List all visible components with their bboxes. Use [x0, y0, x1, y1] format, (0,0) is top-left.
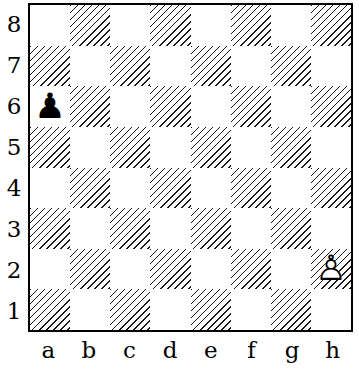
square-d7[interactable] [150, 46, 190, 87]
file-label-a: a [28, 333, 69, 367]
square-f3[interactable] [231, 208, 271, 249]
square-a8[interactable] [30, 5, 70, 46]
square-c7[interactable] [110, 46, 150, 87]
square-d5[interactable] [150, 127, 190, 168]
square-e2[interactable] [191, 249, 231, 290]
square-a1[interactable] [30, 289, 70, 330]
square-f5[interactable] [231, 127, 271, 168]
square-f6[interactable] [231, 86, 271, 127]
square-g8[interactable] [271, 5, 311, 46]
square-g1[interactable] [271, 289, 311, 330]
square-d4[interactable] [150, 168, 190, 209]
rank-label-4: 4 [0, 168, 28, 209]
square-h2[interactable]: ♟♙ [311, 249, 351, 290]
file-label-h: h [312, 333, 353, 367]
square-d8[interactable] [150, 5, 190, 46]
square-d1[interactable] [150, 289, 190, 330]
square-c3[interactable] [110, 208, 150, 249]
square-c2[interactable] [110, 249, 150, 290]
square-a5[interactable] [30, 127, 70, 168]
file-label-d: d [150, 333, 191, 367]
square-e8[interactable] [191, 5, 231, 46]
file-label-f: f [231, 333, 272, 367]
square-b2[interactable] [70, 249, 110, 290]
square-e5[interactable] [191, 127, 231, 168]
square-g3[interactable] [271, 208, 311, 249]
square-f1[interactable] [231, 289, 271, 330]
square-a7[interactable] [30, 46, 70, 87]
square-h8[interactable] [311, 5, 351, 46]
square-b7[interactable] [70, 46, 110, 87]
square-c5[interactable] [110, 127, 150, 168]
square-d6[interactable] [150, 86, 190, 127]
square-h5[interactable] [311, 127, 351, 168]
file-label-c: c [109, 333, 150, 367]
black-pawn[interactable]: ♟ [30, 86, 70, 127]
square-b5[interactable] [70, 127, 110, 168]
square-b8[interactable] [70, 5, 110, 46]
rank-labels: 87654321 [0, 3, 28, 332]
square-d2[interactable] [150, 249, 190, 290]
square-a3[interactable] [30, 208, 70, 249]
square-h6[interactable] [311, 86, 351, 127]
rank-label-3: 3 [0, 209, 28, 250]
square-b6[interactable] [70, 86, 110, 127]
file-label-e: e [191, 333, 232, 367]
white-pawn[interactable]: ♟♙ [311, 249, 351, 290]
square-c8[interactable] [110, 5, 150, 46]
square-e6[interactable] [191, 86, 231, 127]
square-h1[interactable] [311, 289, 351, 330]
square-d3[interactable] [150, 208, 190, 249]
square-e4[interactable] [191, 168, 231, 209]
rank-label-8: 8 [0, 3, 28, 44]
rank-label-7: 7 [0, 44, 28, 85]
file-labels: abcdefgh [28, 333, 353, 367]
square-e7[interactable] [191, 46, 231, 87]
square-g4[interactable] [271, 168, 311, 209]
square-g2[interactable] [271, 249, 311, 290]
rank-label-2: 2 [0, 250, 28, 291]
rank-label-5: 5 [0, 126, 28, 167]
file-label-b: b [69, 333, 110, 367]
square-b4[interactable] [70, 168, 110, 209]
square-g5[interactable] [271, 127, 311, 168]
square-e3[interactable] [191, 208, 231, 249]
square-h4[interactable] [311, 168, 351, 209]
square-f2[interactable] [231, 249, 271, 290]
square-c6[interactable] [110, 86, 150, 127]
square-c4[interactable] [110, 168, 150, 209]
square-g6[interactable] [271, 86, 311, 127]
square-a6[interactable]: ♟ [30, 86, 70, 127]
chess-diagram: 87654321 ♟♟♙ abcdefgh [0, 0, 359, 369]
square-f7[interactable] [231, 46, 271, 87]
rank-label-1: 1 [0, 291, 28, 332]
square-a4[interactable] [30, 168, 70, 209]
square-h3[interactable] [311, 208, 351, 249]
square-e1[interactable] [191, 289, 231, 330]
piece-glyph: ♙ [315, 248, 346, 288]
board: ♟♟♙ [28, 3, 353, 332]
file-label-g: g [272, 333, 313, 367]
rank-label-6: 6 [0, 85, 28, 126]
square-f8[interactable] [231, 5, 271, 46]
square-h7[interactable] [311, 46, 351, 87]
square-g7[interactable] [271, 46, 311, 87]
square-f4[interactable] [231, 168, 271, 209]
piece-glyph: ♟ [34, 86, 65, 126]
square-b1[interactable] [70, 289, 110, 330]
square-c1[interactable] [110, 289, 150, 330]
square-b3[interactable] [70, 208, 110, 249]
square-a2[interactable] [30, 249, 70, 290]
